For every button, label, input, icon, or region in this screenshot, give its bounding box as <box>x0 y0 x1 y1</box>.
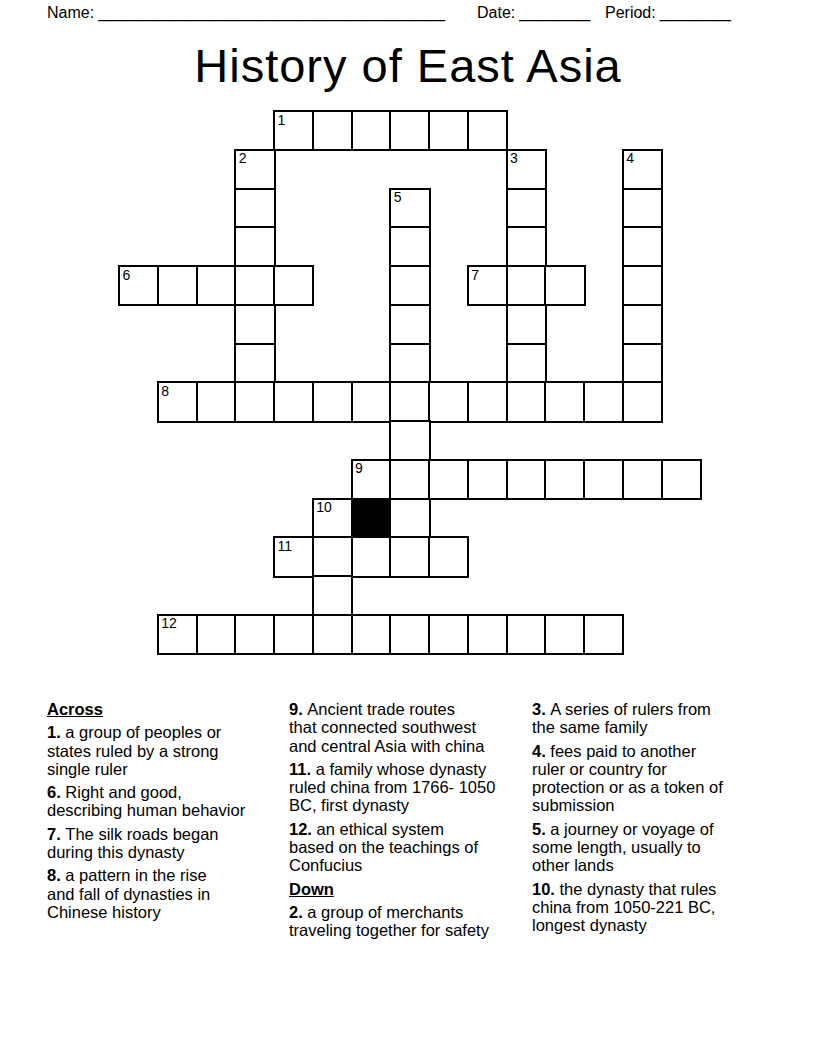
clue-10-text: 10. the dynasty that ruleschina from 105… <box>532 880 723 935</box>
clue-line: 4. fees paid to another <box>532 742 723 760</box>
crossword-cell-r3c10[interactable] <box>506 226 547 267</box>
puzzle-title: History of East Asia <box>0 40 816 92</box>
clue-line: 8. a pattern in the rise <box>47 866 245 884</box>
clue-number-label: 12. <box>289 820 317 838</box>
crossword-cell-r13c4[interactable] <box>273 614 314 655</box>
clue-11-text: 11. a family whose dynastyruled china fr… <box>289 760 495 815</box>
crossword-cell-r5c10[interactable] <box>506 304 547 345</box>
clue-number-label: 9. <box>289 700 307 718</box>
crossword-cell-r0c8[interactable] <box>428 110 469 151</box>
clue-line: other lands <box>532 856 723 874</box>
clue-line: 3. A series of rulers from <box>532 700 723 718</box>
crossword-cell-r6c3[interactable] <box>234 343 275 384</box>
clue-1-text: 1. a group of peoples orstates ruled by … <box>47 723 245 778</box>
clue-line: during this dynasty <box>47 843 245 861</box>
crossword-cell-r7c13[interactable] <box>622 381 663 422</box>
crossword-cell-r5c13[interactable] <box>622 304 663 345</box>
clue-number-label: 6. <box>47 783 65 801</box>
crossword-cell-r4c1[interactable] <box>157 265 198 306</box>
crossword-cell-r13c7[interactable] <box>389 614 430 655</box>
crossword-cell-r9c9[interactable] <box>467 459 508 500</box>
crossword-cell-r9c12[interactable] <box>583 459 624 500</box>
crossword-cell-r4c4[interactable] <box>273 265 314 306</box>
clue-8-text: 8. a pattern in the riseand fall of dyna… <box>47 866 245 921</box>
clue-2-text: 2. a group of merchantstraveling togethe… <box>289 903 495 940</box>
clue-number-label: 10. <box>532 880 560 898</box>
clue-number-11: 11 <box>278 539 293 554</box>
period-label: Period: <box>605 4 656 21</box>
crossword-cell-r13c3[interactable] <box>234 614 275 655</box>
crossword-cell-r11c8[interactable] <box>428 536 469 577</box>
clue-number-12: 12 <box>161 616 177 631</box>
crossword-cell-r7c12[interactable] <box>583 381 624 422</box>
clue-line: based on the teachings of <box>289 838 495 856</box>
clue-number-label: 7. <box>47 825 65 843</box>
clue-line: traveling together for safety <box>289 921 495 939</box>
clue-7-text: 7. The silk roads beganduring this dynas… <box>47 825 245 862</box>
clue-number-6: 6 <box>123 268 131 283</box>
crossword-cell-r7c8[interactable] <box>428 381 469 422</box>
date-blank-line: ________ <box>519 4 590 21</box>
crossword-cell-r6c7[interactable] <box>389 343 430 384</box>
clue-line: 10. the dynasty that rules <box>532 880 723 898</box>
name-blank-line: _______________________________________ <box>98 4 445 21</box>
crossword-cell-r1c10[interactable]: 3 <box>506 149 547 190</box>
crossword-cell-r10c5[interactable]: 10 <box>312 498 353 539</box>
crossword-cell-r9c13[interactable] <box>622 459 663 500</box>
blocked-cell-r10c6 <box>351 498 392 539</box>
down-heading: Down <box>289 880 495 898</box>
clue-line: and central Asia with china <box>289 737 495 755</box>
crossword-cell-r5c7[interactable] <box>389 304 430 345</box>
clue-line: describing human behavior <box>47 801 245 819</box>
clue-line: the same family <box>532 718 723 736</box>
crossword-cell-r2c7[interactable]: 5 <box>389 188 430 229</box>
crossword-cell-r0c4[interactable]: 1 <box>273 110 314 151</box>
crossword-cell-r13c12[interactable] <box>583 614 624 655</box>
clue-line: 2. a group of merchants <box>289 903 495 921</box>
clue-number-label: 1. <box>47 723 65 741</box>
clue-5-text: 5. a journey or voyage ofsome length, us… <box>532 820 723 875</box>
crossword-cell-r7c10[interactable] <box>506 381 547 422</box>
crossword-cell-r13c5[interactable] <box>312 614 353 655</box>
crossword-cell-r4c3[interactable] <box>234 265 275 306</box>
crossword-cell-r13c8[interactable] <box>428 614 469 655</box>
crossword-cell-r1c13[interactable]: 4 <box>622 149 663 190</box>
crossword-cell-r7c6[interactable] <box>351 381 392 422</box>
clue-line: ruler or country for <box>532 760 723 778</box>
date-field: Date:________ <box>477 3 590 22</box>
crossword-cell-r4c13[interactable] <box>622 265 663 306</box>
clue-line: china from 1050-221 BC, <box>532 898 723 916</box>
clue-line: and fall of dynasties in <box>47 885 245 903</box>
clue-line: states ruled by a strong <box>47 742 245 760</box>
crossword-cell-r9c11[interactable] <box>544 459 585 500</box>
period-blank-line: ________ <box>660 4 731 21</box>
crossword-cell-r9c7[interactable] <box>389 459 430 500</box>
clue-column-middle: 9. Ancient trade routesthat connected so… <box>289 700 495 945</box>
clue-number-10: 10 <box>316 500 332 515</box>
crossword-cell-r0c6[interactable] <box>351 110 392 151</box>
crossword-cell-r7c4[interactable] <box>273 381 314 422</box>
clue-line: submission <box>532 796 723 814</box>
clue-column-down: 3. A series of rulers fromthe same famil… <box>532 700 723 940</box>
crossword-cell-r3c7[interactable] <box>389 226 430 267</box>
crossword-cell-r2c10[interactable] <box>506 188 547 229</box>
crossword-grid: 123456789101112 <box>118 110 702 656</box>
crossword-cell-r7c9[interactable] <box>467 381 508 422</box>
crossword-cell-r13c2[interactable] <box>196 614 237 655</box>
crossword-cell-r3c3[interactable] <box>234 226 275 267</box>
crossword-cell-r13c11[interactable] <box>544 614 585 655</box>
clue-line: Confucius <box>289 856 495 874</box>
clue-line: 6. Right and good, <box>47 783 245 801</box>
clue-line: single ruler <box>47 760 245 778</box>
clue-number-9: 9 <box>355 461 363 476</box>
clue-line: 1. a group of peoples or <box>47 723 245 741</box>
crossword-cell-r7c1[interactable]: 8 <box>157 381 198 422</box>
crossword-cell-r4c2[interactable] <box>196 265 237 306</box>
date-label: Date: <box>477 4 515 21</box>
crossword-cell-r13c6[interactable] <box>351 614 392 655</box>
name-field: Name:___________________________________… <box>47 3 445 22</box>
crossword-cell-r13c1[interactable]: 12 <box>157 614 198 655</box>
clue-6-text: 6. Right and good,describing human behav… <box>47 783 245 820</box>
crossword-cell-r7c2[interactable] <box>196 381 237 422</box>
crossword-cell-r9c10[interactable] <box>506 459 547 500</box>
crossword-cell-r13c9[interactable] <box>467 614 508 655</box>
clue-number-label: 8. <box>47 866 65 884</box>
crossword-cell-r11c7[interactable] <box>389 536 430 577</box>
clue-number-5: 5 <box>394 190 402 205</box>
crossword-cell-r7c5[interactable] <box>312 381 353 422</box>
across-heading: Across <box>47 700 245 718</box>
clue-line: 12. an ethical system <box>289 820 495 838</box>
crossword-cell-r9c6[interactable]: 9 <box>351 459 392 500</box>
crossword-cell-r9c8[interactable] <box>428 459 469 500</box>
clue-number-2: 2 <box>239 151 247 166</box>
crossword-cell-r12c5[interactable] <box>312 575 353 616</box>
clue-line: 7. The silk roads began <box>47 825 245 843</box>
clue-line: some length, usually to <box>532 838 723 856</box>
crossword-cell-r3c13[interactable] <box>622 226 663 267</box>
clue-12-text: 12. an ethical systembased on the teachi… <box>289 820 495 875</box>
period-field: Period:________ <box>605 3 731 22</box>
crossword-cell-r7c7[interactable] <box>389 381 430 422</box>
crossword-cell-r0c9[interactable] <box>467 110 508 151</box>
crossword-cell-r10c7[interactable] <box>389 498 430 539</box>
clue-number-label: 5. <box>532 820 550 838</box>
crossword-cell-r8c7[interactable] <box>389 420 430 461</box>
crossword-cell-r0c7[interactable] <box>389 110 430 151</box>
clue-3-text: 3. A series of rulers fromthe same famil… <box>532 700 723 737</box>
crossword-cell-r2c3[interactable] <box>234 188 275 229</box>
crossword-cell-r9c14[interactable] <box>661 459 702 500</box>
clue-number-label: 4. <box>532 742 550 760</box>
clue-number-3: 3 <box>510 151 518 166</box>
crossword-cell-r13c10[interactable] <box>506 614 547 655</box>
crossword-cell-r0c5[interactable] <box>312 110 353 151</box>
clue-line: ruled china from 1766- 1050 <box>289 778 495 796</box>
clue-number-8: 8 <box>161 384 169 399</box>
clue-4-text: 4. fees paid to anotherruler or country … <box>532 742 723 815</box>
clue-number-label: 11. <box>289 760 316 778</box>
crossword-cell-r1c3[interactable]: 2 <box>234 149 275 190</box>
clue-number-1: 1 <box>278 113 286 128</box>
crossword-cell-r6c13[interactable] <box>622 343 663 384</box>
clue-number-7: 7 <box>471 268 479 283</box>
crossword-cell-r6c10[interactable] <box>506 343 547 384</box>
clue-line: Chinese history <box>47 903 245 921</box>
crossword-cell-r2c13[interactable] <box>622 188 663 229</box>
clue-9-text: 9. Ancient trade routesthat connected so… <box>289 700 495 755</box>
crossword-cell-r7c11[interactable] <box>544 381 585 422</box>
crossword-cell-r11c6[interactable] <box>351 536 392 577</box>
name-label: Name: <box>47 4 94 21</box>
clue-line: 11. a family whose dynasty <box>289 760 495 778</box>
crossword-cell-r4c0[interactable]: 6 <box>118 265 159 306</box>
clue-line: that connected southwest <box>289 718 495 736</box>
crossword-cell-r4c11[interactable] <box>544 265 585 306</box>
crossword-cell-r4c9[interactable]: 7 <box>467 265 508 306</box>
clue-line: BC, first dynasty <box>289 796 495 814</box>
clue-number-label: 3. <box>532 700 550 718</box>
clue-column-across: Across1. a group of peoples orstates rul… <box>47 700 245 926</box>
clue-number-label: 2. <box>289 903 307 921</box>
crossword-cell-r5c3[interactable] <box>234 304 275 345</box>
clue-line: protection or as a token of <box>532 778 723 796</box>
crossword-cell-r4c10[interactable] <box>506 265 547 306</box>
crossword-cell-r4c7[interactable] <box>389 265 430 306</box>
crossword-cell-r11c5[interactable] <box>312 536 353 577</box>
clue-line: longest dynasty <box>532 916 723 934</box>
crossword-cell-r11c4[interactable]: 11 <box>273 536 314 577</box>
clue-number-4: 4 <box>626 151 634 166</box>
clue-line: 9. Ancient trade routes <box>289 700 495 718</box>
clue-line: 5. a journey or voyage of <box>532 820 723 838</box>
crossword-cell-r7c3[interactable] <box>234 381 275 422</box>
